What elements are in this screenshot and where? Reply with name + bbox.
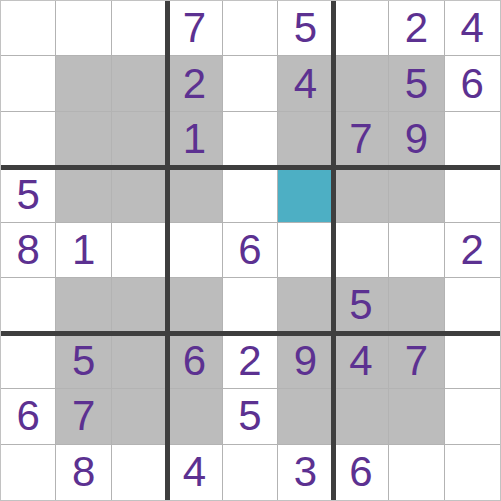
cell-r5c4[interactable] (223, 278, 278, 333)
cell-r1c0[interactable] (1, 56, 56, 111)
cell-r5c0[interactable] (1, 278, 56, 333)
cell-r0c3[interactable]: 7 (167, 1, 222, 56)
cell-r7c2[interactable] (112, 389, 167, 444)
cell-r6c4[interactable]: 2 (223, 334, 278, 389)
cell-r1c8[interactable]: 6 (445, 56, 500, 111)
cells-layer: 752424561795816255629476758436 (1, 1, 500, 500)
cell-r7c4[interactable]: 5 (223, 389, 278, 444)
cell-r5c3[interactable] (167, 278, 222, 333)
cell-r6c1[interactable]: 5 (56, 334, 111, 389)
cell-r2c8[interactable] (445, 112, 500, 167)
cell-r2c5[interactable] (278, 112, 333, 167)
cell-r3c1[interactable] (56, 167, 111, 222)
cell-r8c7[interactable] (389, 445, 444, 500)
cell-r5c5[interactable] (278, 278, 333, 333)
cell-r4c6[interactable] (334, 223, 389, 278)
cell-r6c7[interactable]: 7 (389, 334, 444, 389)
cell-r2c7[interactable]: 9 (389, 112, 444, 167)
cell-r7c1[interactable]: 7 (56, 389, 111, 444)
cell-r8c0[interactable] (1, 445, 56, 500)
cell-r0c1[interactable] (56, 1, 111, 56)
cell-r4c3[interactable] (167, 223, 222, 278)
cell-r3c4[interactable] (223, 167, 278, 222)
sudoku-board: 752424561795816255629476758436 (0, 0, 501, 501)
cell-r3c7[interactable] (389, 167, 444, 222)
cell-r6c3[interactable]: 6 (167, 334, 222, 389)
cell-r2c2[interactable] (112, 112, 167, 167)
cell-r7c5[interactable] (278, 389, 333, 444)
cell-r5c8[interactable] (445, 278, 500, 333)
cell-r4c4[interactable]: 6 (223, 223, 278, 278)
cell-r8c8[interactable] (445, 445, 500, 500)
cell-r3c0[interactable]: 5 (1, 167, 56, 222)
cell-r0c0[interactable] (1, 1, 56, 56)
cell-r5c2[interactable] (112, 278, 167, 333)
cell-r0c8[interactable]: 4 (445, 1, 500, 56)
cell-r7c7[interactable] (389, 389, 444, 444)
cell-r1c1[interactable] (56, 56, 111, 111)
cell-r4c0[interactable]: 8 (1, 223, 56, 278)
cell-r6c0[interactable] (1, 334, 56, 389)
cell-r5c7[interactable] (389, 278, 444, 333)
cell-r1c7[interactable]: 5 (389, 56, 444, 111)
cell-r0c6[interactable] (334, 1, 389, 56)
cell-r4c8[interactable]: 2 (445, 223, 500, 278)
cell-r8c1[interactable]: 8 (56, 445, 111, 500)
cell-r2c1[interactable] (56, 112, 111, 167)
cell-r8c3[interactable]: 4 (167, 445, 222, 500)
cell-r0c5[interactable]: 5 (278, 1, 333, 56)
cell-r0c4[interactable] (223, 1, 278, 56)
cell-r3c6[interactable] (334, 167, 389, 222)
cell-r2c3[interactable]: 1 (167, 112, 222, 167)
cell-r6c2[interactable] (112, 334, 167, 389)
cell-r4c7[interactable] (389, 223, 444, 278)
cell-r8c4[interactable] (223, 445, 278, 500)
cell-r3c5[interactable] (278, 167, 333, 222)
cell-r0c7[interactable]: 2 (389, 1, 444, 56)
cell-r6c5[interactable]: 9 (278, 334, 333, 389)
cell-r4c5[interactable] (278, 223, 333, 278)
cell-r3c2[interactable] (112, 167, 167, 222)
cell-r6c8[interactable] (445, 334, 500, 389)
cell-r3c8[interactable] (445, 167, 500, 222)
cell-r4c1[interactable]: 1 (56, 223, 111, 278)
cell-r1c6[interactable] (334, 56, 389, 111)
cell-r7c8[interactable] (445, 389, 500, 444)
cell-r1c5[interactable]: 4 (278, 56, 333, 111)
cell-r5c6[interactable]: 5 (334, 278, 389, 333)
cell-r8c6[interactable]: 6 (334, 445, 389, 500)
cell-r3c3[interactable] (167, 167, 222, 222)
cell-r4c2[interactable] (112, 223, 167, 278)
cell-r6c6[interactable]: 4 (334, 334, 389, 389)
cell-r1c4[interactable] (223, 56, 278, 111)
cell-r2c0[interactable] (1, 112, 56, 167)
cell-r1c3[interactable]: 2 (167, 56, 222, 111)
cell-r1c2[interactable] (112, 56, 167, 111)
cell-r8c2[interactable] (112, 445, 167, 500)
cell-r7c3[interactable] (167, 389, 222, 444)
cell-r8c5[interactable]: 3 (278, 445, 333, 500)
cell-r2c6[interactable]: 7 (334, 112, 389, 167)
cell-r7c0[interactable]: 6 (1, 389, 56, 444)
cell-r0c2[interactable] (112, 1, 167, 56)
cell-r2c4[interactable] (223, 112, 278, 167)
cell-r5c1[interactable] (56, 278, 111, 333)
cell-r7c6[interactable] (334, 389, 389, 444)
